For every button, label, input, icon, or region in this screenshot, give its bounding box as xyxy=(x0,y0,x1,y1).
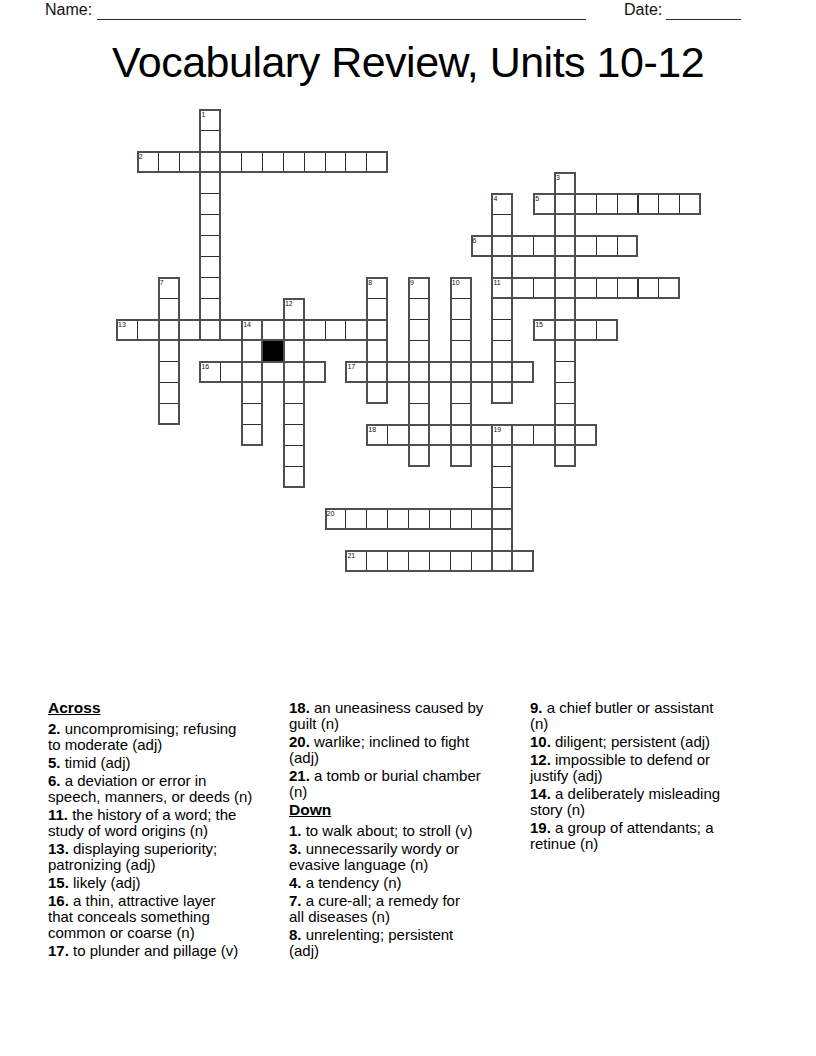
grid-cell[interactable] xyxy=(408,424,430,446)
grid-cell[interactable] xyxy=(408,361,430,383)
grid-cell[interactable] xyxy=(241,403,263,425)
grid-cell[interactable] xyxy=(429,550,451,572)
clue-text: a tendency (n) xyxy=(302,874,402,891)
grid-cell[interactable] xyxy=(554,256,576,278)
grid-cell[interactable] xyxy=(450,424,472,446)
grid-cell[interactable] xyxy=(283,340,305,362)
clue: 17. to plunder and pillage (v) xyxy=(48,943,285,959)
grid-cell[interactable] xyxy=(554,298,576,320)
grid-cell[interactable] xyxy=(554,340,576,362)
grid-cell[interactable] xyxy=(450,340,472,362)
grid-cell[interactable] xyxy=(491,382,513,404)
black-cell xyxy=(262,340,284,362)
grid-cell[interactable] xyxy=(387,361,409,383)
grid-cell[interactable] xyxy=(366,550,388,572)
grid-cell[interactable] xyxy=(491,235,513,257)
clue: 19. a group of attendants; a retinue (n) xyxy=(530,820,775,852)
grid-cell[interactable] xyxy=(429,361,451,383)
grid-cell[interactable] xyxy=(429,424,451,446)
grid-cell[interactable] xyxy=(408,277,430,299)
grid-cell[interactable] xyxy=(575,235,597,257)
grid-cell[interactable] xyxy=(554,319,576,341)
grid-cell[interactable] xyxy=(575,277,597,299)
grid-cell[interactable] xyxy=(199,277,221,299)
name-date-row: Name: Date: xyxy=(45,1,741,23)
grid-cell[interactable] xyxy=(304,319,326,341)
clue-number: 18. xyxy=(289,699,310,716)
grid-cell[interactable] xyxy=(450,403,472,425)
clue-number: 19. xyxy=(530,819,551,836)
grid-cell[interactable] xyxy=(241,361,263,383)
clue: 14. a deliberately misleading story (n) xyxy=(530,786,775,818)
grid-cell[interactable] xyxy=(179,151,201,173)
grid-cell[interactable] xyxy=(366,319,388,341)
clue-column-1: Across2. uncompromising; refusing to mod… xyxy=(48,700,285,961)
clue-text: a group of attendants; a retinue (n) xyxy=(530,819,713,852)
grid-cell[interactable] xyxy=(471,235,493,257)
grid-cell[interactable] xyxy=(199,319,221,341)
grid-cell[interactable] xyxy=(408,403,430,425)
grid-cell[interactable] xyxy=(554,172,576,194)
clue-number: 13. xyxy=(48,840,69,857)
grid-cell[interactable] xyxy=(241,151,263,173)
clue-number: 4. xyxy=(289,874,302,891)
clue: 7. a cure-all; a remedy for all diseases… xyxy=(289,893,526,925)
grid-cell[interactable] xyxy=(366,361,388,383)
clue-number: 2. xyxy=(48,720,61,737)
clue: 8. unrelenting; persistent (adj) xyxy=(289,927,526,959)
grid-cell[interactable] xyxy=(408,319,430,341)
name-label: Name: xyxy=(45,1,92,19)
grid-cell[interactable] xyxy=(429,508,451,530)
clue-number: 21. xyxy=(289,767,310,784)
clue-text: uncompromising; refusing to moderate (ad… xyxy=(48,720,236,753)
grid-cell[interactable] xyxy=(158,361,180,383)
grid-cell[interactable] xyxy=(450,361,472,383)
grid-cell[interactable] xyxy=(596,319,618,341)
grid-cell[interactable] xyxy=(220,361,242,383)
clue-number: 20. xyxy=(289,733,310,750)
grid-cell[interactable] xyxy=(408,445,430,467)
clue-text: impossible to defend or justify (adj) xyxy=(530,751,710,784)
clue-number: 16. xyxy=(48,892,69,909)
grid-cell[interactable] xyxy=(554,277,576,299)
grid-cell[interactable] xyxy=(617,193,639,215)
grid-cell[interactable] xyxy=(387,424,409,446)
grid-cell[interactable] xyxy=(241,340,263,362)
grid-cell[interactable] xyxy=(408,508,430,530)
clue: 9. a chief butler or assistant (n) xyxy=(530,700,775,732)
grid-cell[interactable] xyxy=(554,403,576,425)
clue-number: 15. xyxy=(48,874,69,891)
grid-cell[interactable] xyxy=(345,151,367,173)
grid-cell[interactable] xyxy=(199,151,221,173)
clue-section-header: Down xyxy=(289,802,526,818)
grid-cell[interactable] xyxy=(491,550,513,572)
clue-text: a deviation or error in speech, manners,… xyxy=(48,772,252,805)
page-title: Vocabulary Review, Units 10-12 xyxy=(0,38,816,87)
grid-cell[interactable] xyxy=(471,361,493,383)
grid-cell[interactable] xyxy=(491,445,513,467)
grid-cell[interactable] xyxy=(450,445,472,467)
grid-cell[interactable] xyxy=(554,445,576,467)
grid-cell[interactable] xyxy=(491,340,513,362)
clue-text: displaying superiority; patronizing (adj… xyxy=(48,840,217,873)
grid-cell[interactable] xyxy=(199,361,221,383)
clue: 6. a deviation or error in speech, manne… xyxy=(48,773,285,805)
clue-section-header: Across xyxy=(48,700,285,716)
grid-cell[interactable] xyxy=(220,151,242,173)
grid-cell[interactable] xyxy=(262,361,284,383)
grid-cell[interactable] xyxy=(450,508,472,530)
grid-cell[interactable] xyxy=(450,319,472,341)
clue-text: a cure-all; a remedy for all diseases (n… xyxy=(289,892,460,925)
clue-text: to plunder and pillage (v) xyxy=(69,942,238,959)
clue-text: unnecessarily wordy or evasive language … xyxy=(289,840,459,873)
grid-cell[interactable] xyxy=(450,550,472,572)
grid-cell[interactable] xyxy=(283,361,305,383)
grid-cell[interactable] xyxy=(596,277,618,299)
grid-cell[interactable] xyxy=(471,424,493,446)
grid-cell[interactable] xyxy=(158,403,180,425)
grid-cell[interactable] xyxy=(262,319,284,341)
grid-cell[interactable] xyxy=(491,298,513,320)
clue-column-2: 18. an uneasiness caused by guilt (n)20.… xyxy=(289,700,526,961)
grid-cell[interactable] xyxy=(366,340,388,362)
clue-text: likely (adj) xyxy=(69,874,141,891)
clue: 21. a tomb or burial chamber (n) xyxy=(289,768,526,800)
grid-cell[interactable] xyxy=(554,193,576,215)
grid-cell[interactable] xyxy=(617,235,639,257)
clue-number: 12. xyxy=(530,751,551,768)
grid-cell[interactable] xyxy=(638,277,660,299)
grid-cell[interactable] xyxy=(658,277,680,299)
grid-cell[interactable] xyxy=(491,256,513,278)
grid-cell[interactable] xyxy=(491,319,513,341)
grid-cell[interactable] xyxy=(366,277,388,299)
grid-cell[interactable] xyxy=(158,319,180,341)
clue: 11. the history of a word; the study of … xyxy=(48,807,285,839)
grid-cell[interactable] xyxy=(408,298,430,320)
clue-text: a chief butler or assistant (n) xyxy=(530,699,713,732)
clue: 15. likely (adj) xyxy=(48,875,285,891)
clue-text: an uneasiness caused by guilt (n) xyxy=(289,699,483,732)
date-label: Date: xyxy=(624,1,662,19)
grid-cell[interactable] xyxy=(345,508,367,530)
grid-cell[interactable] xyxy=(533,319,555,341)
name-blank[interactable] xyxy=(97,1,586,20)
grid-cell[interactable] xyxy=(450,382,472,404)
grid-cell[interactable] xyxy=(345,319,367,341)
grid-cell[interactable] xyxy=(554,214,576,236)
clue-number: 14. xyxy=(530,785,551,802)
grid-cell[interactable] xyxy=(491,466,513,488)
grid-cell[interactable] xyxy=(450,277,472,299)
grid-cell[interactable] xyxy=(283,382,305,404)
grid-cell[interactable] xyxy=(158,340,180,362)
clue: 18. an uneasiness caused by guilt (n) xyxy=(289,700,526,732)
grid-cell[interactable] xyxy=(491,508,513,530)
clue-number: 11. xyxy=(48,806,68,823)
grid-cell[interactable] xyxy=(158,277,180,299)
grid-cell[interactable] xyxy=(512,235,534,257)
grid-cell[interactable] xyxy=(408,340,430,362)
grid-cell[interactable] xyxy=(220,319,242,341)
grid-cell[interactable] xyxy=(575,319,597,341)
grid-cell[interactable] xyxy=(283,466,305,488)
clue-column-3: 9. a chief butler or assistant (n)10. di… xyxy=(530,700,775,854)
grid-cell[interactable] xyxy=(512,361,534,383)
grid-cell[interactable] xyxy=(158,151,180,173)
grid-cell[interactable] xyxy=(512,550,534,572)
clue: 13. displaying superiority; patronizing … xyxy=(48,841,285,873)
worksheet-page: Name: Date: Vocabulary Review, Units 10-… xyxy=(0,0,816,1056)
date-blank[interactable] xyxy=(666,1,741,20)
clue-text: a thin, attractive layer that conceals s… xyxy=(48,892,216,941)
grid-cell[interactable] xyxy=(450,298,472,320)
grid-cell[interactable] xyxy=(241,319,263,341)
grid-cell[interactable] xyxy=(241,424,263,446)
clue: 20. warlike; inclined to fight (adj) xyxy=(289,734,526,766)
grid-cell[interactable] xyxy=(512,424,534,446)
grid-cell[interactable] xyxy=(596,235,618,257)
grid-cell[interactable] xyxy=(137,319,159,341)
grid-cell[interactable] xyxy=(179,319,201,341)
grid-cell[interactable] xyxy=(366,424,388,446)
grid-cell[interactable] xyxy=(199,214,221,236)
crossword-grid: 256111314151617181920211347891012 xyxy=(116,109,702,573)
clue-number: 3. xyxy=(289,840,302,857)
clue-text: unrelenting; persistent (adj) xyxy=(289,926,453,959)
grid-cell[interactable] xyxy=(408,382,430,404)
clue: 5. timid (adj) xyxy=(48,755,285,771)
grid-cell[interactable] xyxy=(262,151,284,173)
grid-cell[interactable] xyxy=(137,151,159,173)
clue-text: timid (adj) xyxy=(61,754,131,771)
clue-text: to walk about; to stroll (v) xyxy=(302,822,473,839)
clue-number: 5. xyxy=(48,754,61,771)
grid-cell[interactable] xyxy=(345,550,367,572)
grid-cell[interactable] xyxy=(241,382,263,404)
clue: 4. a tendency (n) xyxy=(289,875,526,891)
grid-cell[interactable] xyxy=(491,487,513,509)
grid-cell[interactable] xyxy=(325,319,347,341)
clue-text: diligent; persistent (adj) xyxy=(551,733,710,750)
grid-cell[interactable] xyxy=(283,424,305,446)
grid-cell[interactable] xyxy=(408,550,430,572)
grid-cell[interactable] xyxy=(283,403,305,425)
grid-cell[interactable] xyxy=(304,361,326,383)
clue-number: 10. xyxy=(530,733,551,750)
grid-cell[interactable] xyxy=(387,508,409,530)
grid-cell[interactable] xyxy=(325,508,347,530)
grid-cell[interactable] xyxy=(533,193,555,215)
clue-text: the history of a word; the study of word… xyxy=(48,806,236,839)
clue: 2. uncompromising; refusing to moderate … xyxy=(48,721,285,753)
clue: 10. diligent; persistent (adj) xyxy=(530,734,775,750)
grid-cell[interactable] xyxy=(617,277,639,299)
grid-cell[interactable] xyxy=(491,193,513,215)
grid-cell[interactable] xyxy=(199,298,221,320)
grid-cell[interactable] xyxy=(596,193,618,215)
grid-cell[interactable] xyxy=(283,298,305,320)
grid-cell[interactable] xyxy=(199,235,221,257)
grid-cell[interactable] xyxy=(533,277,555,299)
clue-number: 8. xyxy=(289,926,302,943)
grid-cell[interactable] xyxy=(199,256,221,278)
clue-number: 7. xyxy=(289,892,302,909)
clue: 16. a thin, attractive layer that concea… xyxy=(48,893,285,941)
grid-cell[interactable] xyxy=(283,319,305,341)
clue-text: warlike; inclined to fight (adj) xyxy=(289,733,469,766)
grid-cell[interactable] xyxy=(554,382,576,404)
clue-number: 1. xyxy=(289,822,302,839)
clue-text: a deliberately misleading story (n) xyxy=(530,785,720,818)
grid-cell[interactable] xyxy=(283,151,305,173)
grid-cell[interactable] xyxy=(491,424,513,446)
grid-cell[interactable] xyxy=(491,529,513,551)
grid-cell[interactable] xyxy=(512,277,534,299)
clue-text: a tomb or burial chamber (n) xyxy=(289,767,481,800)
grid-cell[interactable] xyxy=(533,235,555,257)
grid-cell[interactable] xyxy=(283,445,305,467)
grid-cell[interactable] xyxy=(116,319,138,341)
clue-number: 6. xyxy=(48,772,61,789)
grid-cell[interactable] xyxy=(491,361,513,383)
grid-cell[interactable] xyxy=(575,424,597,446)
grid-cell[interactable] xyxy=(366,151,388,173)
grid-cell[interactable] xyxy=(491,277,513,299)
grid-cell[interactable] xyxy=(345,361,367,383)
grid-cell[interactable] xyxy=(533,424,555,446)
grid-cell[interactable] xyxy=(366,298,388,320)
grid-cell[interactable] xyxy=(554,361,576,383)
grid-cell[interactable] xyxy=(491,214,513,236)
grid-cell[interactable] xyxy=(366,382,388,404)
clue-number: 9. xyxy=(530,699,543,716)
grid-cell[interactable] xyxy=(366,508,388,530)
grid-cell[interactable] xyxy=(158,382,180,404)
grid-cell[interactable] xyxy=(575,193,597,215)
grid-cell[interactable] xyxy=(554,235,576,257)
clue: 12. impossible to defend or justify (adj… xyxy=(530,752,775,784)
grid-cell[interactable] xyxy=(471,508,493,530)
grid-cell[interactable] xyxy=(158,298,180,320)
grid-cell[interactable] xyxy=(554,424,576,446)
grid-cell[interactable] xyxy=(471,550,493,572)
grid-cell[interactable] xyxy=(658,193,680,215)
grid-cell[interactable] xyxy=(638,193,660,215)
grid-cell[interactable] xyxy=(387,550,409,572)
grid-cell[interactable] xyxy=(199,130,221,152)
clue-number: 17. xyxy=(48,942,69,959)
grid-cell[interactable] xyxy=(199,193,221,215)
grid-cell[interactable] xyxy=(199,109,221,131)
grid-cell[interactable] xyxy=(679,193,701,215)
grid-cell[interactable] xyxy=(325,151,347,173)
clue: 1. to walk about; to stroll (v) xyxy=(289,823,526,839)
clue: 3. unnecessarily wordy or evasive langua… xyxy=(289,841,526,873)
grid-cell[interactable] xyxy=(199,172,221,194)
grid-cell[interactable] xyxy=(304,151,326,173)
